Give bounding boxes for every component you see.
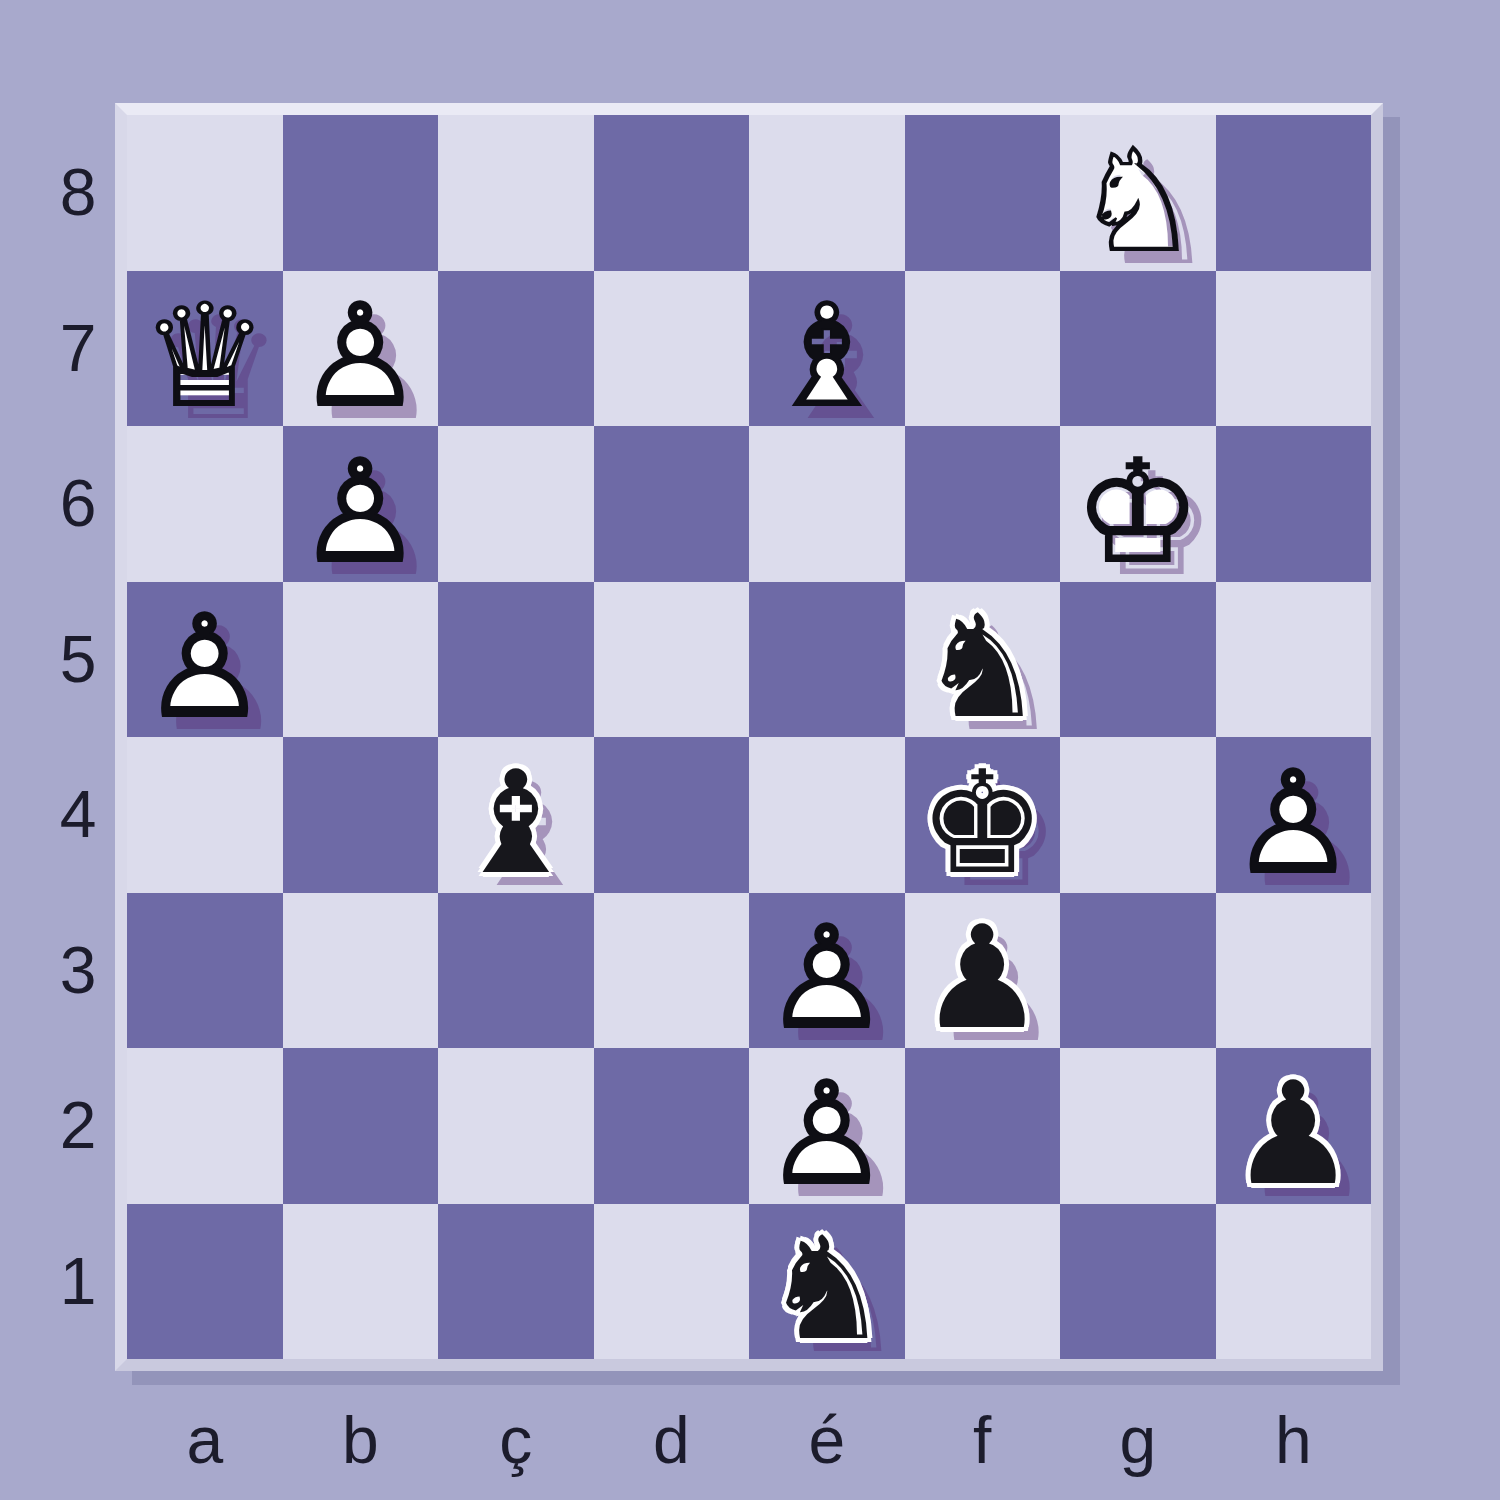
square-e1[interactable]: ♞ xyxy=(749,1204,905,1360)
square-d5[interactable] xyxy=(594,582,750,738)
file-label-a: a xyxy=(127,1398,283,1482)
square-h8[interactable] xyxy=(1216,115,1372,271)
file-label-b: b xyxy=(283,1398,439,1482)
square-a4[interactable] xyxy=(127,737,283,893)
square-a8[interactable] xyxy=(127,115,283,271)
square-c6[interactable] xyxy=(438,426,594,582)
file-label-c: ç xyxy=(438,1398,594,1482)
square-g6[interactable]: ♚♔ xyxy=(1060,426,1216,582)
square-h6[interactable] xyxy=(1216,426,1372,582)
square-b4[interactable] xyxy=(283,737,439,893)
white-pawn[interactable]: ♟♙ xyxy=(297,441,424,583)
white-bishop[interactable]: ♝♗ xyxy=(763,285,890,427)
square-c5[interactable] xyxy=(438,582,594,738)
rank-label-5: 5 xyxy=(36,582,120,738)
square-b7[interactable]: ♟♙ xyxy=(283,271,439,427)
white-queen[interactable]: ♛♕ xyxy=(141,285,268,427)
square-d8[interactable] xyxy=(594,115,750,271)
square-a6[interactable] xyxy=(127,426,283,582)
square-b3[interactable] xyxy=(283,893,439,1049)
square-g3[interactable] xyxy=(1060,893,1216,1049)
square-a3[interactable] xyxy=(127,893,283,1049)
square-f2[interactable] xyxy=(905,1048,1061,1204)
square-g7[interactable] xyxy=(1060,271,1216,427)
square-e8[interactable] xyxy=(749,115,905,271)
white-king[interactable]: ♚♔ xyxy=(1074,441,1201,583)
square-c2[interactable] xyxy=(438,1048,594,1204)
square-e7[interactable]: ♝♗ xyxy=(749,271,905,427)
chessboard: ♞♘♛♕♟♙♝♗♟♙♚♔♟♙♞♝♚♟♙♟♙♟♟♙♟♞ xyxy=(127,115,1371,1359)
file-label-g: g xyxy=(1060,1398,1216,1482)
square-a2[interactable] xyxy=(127,1048,283,1204)
square-e5[interactable] xyxy=(749,582,905,738)
square-g8[interactable]: ♞♘ xyxy=(1060,115,1216,271)
square-f4[interactable]: ♚ xyxy=(905,737,1061,893)
black-pawn[interactable]: ♟ xyxy=(1230,1063,1357,1205)
square-b5[interactable] xyxy=(283,582,439,738)
square-e3[interactable]: ♟♙ xyxy=(749,893,905,1049)
file-label-d: d xyxy=(594,1398,750,1482)
square-b6[interactable]: ♟♙ xyxy=(283,426,439,582)
square-g4[interactable] xyxy=(1060,737,1216,893)
square-g2[interactable] xyxy=(1060,1048,1216,1204)
square-f7[interactable] xyxy=(905,271,1061,427)
square-h7[interactable] xyxy=(1216,271,1372,427)
white-pawn[interactable]: ♟♙ xyxy=(141,596,268,738)
square-h5[interactable] xyxy=(1216,582,1372,738)
black-knight[interactable]: ♞ xyxy=(919,596,1046,738)
square-c8[interactable] xyxy=(438,115,594,271)
file-label-f: f xyxy=(905,1398,1061,1482)
square-g5[interactable] xyxy=(1060,582,1216,738)
rank-label-4: 4 xyxy=(36,737,120,893)
square-f5[interactable]: ♞ xyxy=(905,582,1061,738)
rank-label-1: 1 xyxy=(36,1204,120,1360)
square-d1[interactable] xyxy=(594,1204,750,1360)
square-d7[interactable] xyxy=(594,271,750,427)
square-c4[interactable]: ♝ xyxy=(438,737,594,893)
black-bishop[interactable]: ♝ xyxy=(452,752,579,894)
square-d3[interactable] xyxy=(594,893,750,1049)
square-b2[interactable] xyxy=(283,1048,439,1204)
white-pawn[interactable]: ♟♙ xyxy=(763,907,890,1049)
rank-label-6: 6 xyxy=(36,426,120,582)
black-king[interactable]: ♚ xyxy=(919,752,1046,894)
square-f1[interactable] xyxy=(905,1204,1061,1360)
black-pawn[interactable]: ♟ xyxy=(919,907,1046,1049)
chess-diagram: ♞♘♛♕♟♙♝♗♟♙♚♔♟♙♞♝♚♟♙♟♙♟♟♙♟♞ 87654321 abçd… xyxy=(0,0,1500,1500)
square-c7[interactable] xyxy=(438,271,594,427)
square-c1[interactable] xyxy=(438,1204,594,1360)
white-pawn[interactable]: ♟♙ xyxy=(763,1063,890,1205)
rank-label-3: 3 xyxy=(36,893,120,1049)
square-f3[interactable]: ♟ xyxy=(905,893,1061,1049)
square-e2[interactable]: ♟♙ xyxy=(749,1048,905,1204)
square-h4[interactable]: ♟♙ xyxy=(1216,737,1372,893)
square-d6[interactable] xyxy=(594,426,750,582)
white-pawn[interactable]: ♟♙ xyxy=(297,285,424,427)
square-b8[interactable] xyxy=(283,115,439,271)
file-label-e: é xyxy=(749,1398,905,1482)
square-h2[interactable]: ♟ xyxy=(1216,1048,1372,1204)
square-f8[interactable] xyxy=(905,115,1061,271)
square-e6[interactable] xyxy=(749,426,905,582)
square-e4[interactable] xyxy=(749,737,905,893)
rank-label-8: 8 xyxy=(36,115,120,271)
square-g1[interactable] xyxy=(1060,1204,1216,1360)
square-h3[interactable] xyxy=(1216,893,1372,1049)
square-b1[interactable] xyxy=(283,1204,439,1360)
square-f6[interactable] xyxy=(905,426,1061,582)
square-a7[interactable]: ♛♕ xyxy=(127,271,283,427)
black-knight[interactable]: ♞ xyxy=(763,1218,890,1360)
rank-label-2: 2 xyxy=(36,1048,120,1204)
white-pawn[interactable]: ♟♙ xyxy=(1230,752,1357,894)
square-h1[interactable] xyxy=(1216,1204,1372,1360)
square-d4[interactable] xyxy=(594,737,750,893)
square-d2[interactable] xyxy=(594,1048,750,1204)
file-label-h: h xyxy=(1216,1398,1372,1482)
rank-label-7: 7 xyxy=(36,271,120,427)
square-c3[interactable] xyxy=(438,893,594,1049)
white-knight[interactable]: ♞♘ xyxy=(1074,130,1201,272)
square-a5[interactable]: ♟♙ xyxy=(127,582,283,738)
board-frame: ♞♘♛♕♟♙♝♗♟♙♚♔♟♙♞♝♚♟♙♟♙♟♟♙♟♞ xyxy=(115,103,1383,1371)
square-a1[interactable] xyxy=(127,1204,283,1360)
